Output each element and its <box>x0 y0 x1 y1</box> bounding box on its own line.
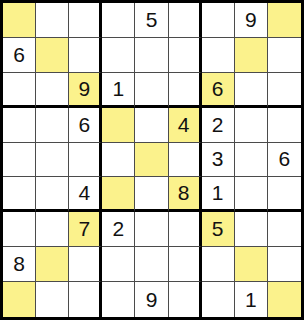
cell-r9c4[interactable] <box>102 282 135 317</box>
cell-r9c8[interactable]: 1 <box>235 282 268 317</box>
cell-r9c3[interactable] <box>69 282 102 317</box>
cell-r5c5[interactable] <box>135 143 168 178</box>
cell-r2c7[interactable] <box>202 38 235 73</box>
sudoku-board: 59691664236481725891 <box>0 0 304 320</box>
cell-r2c3[interactable] <box>69 38 102 73</box>
cell-r4c6[interactable]: 4 <box>169 108 202 143</box>
cell-r7c2[interactable] <box>36 212 69 247</box>
cell-r6c9[interactable] <box>268 177 301 212</box>
cell-r6c6[interactable]: 8 <box>169 177 202 212</box>
cell-r3c9[interactable] <box>268 73 301 108</box>
cell-r8c7[interactable] <box>202 247 235 282</box>
cell-r7c9[interactable] <box>268 212 301 247</box>
cell-r5c1[interactable] <box>3 143 36 178</box>
cell-r1c8[interactable]: 9 <box>235 3 268 38</box>
cell-r3c3[interactable]: 9 <box>69 73 102 108</box>
cell-r5c3[interactable] <box>69 143 102 178</box>
cell-r7c3[interactable]: 7 <box>69 212 102 247</box>
cell-r3c8[interactable] <box>235 73 268 108</box>
cell-r3c1[interactable] <box>3 73 36 108</box>
cell-r5c4[interactable] <box>102 143 135 178</box>
cell-r2c4[interactable] <box>102 38 135 73</box>
cell-r7c6[interactable] <box>169 212 202 247</box>
cell-r7c7[interactable]: 5 <box>202 212 235 247</box>
cell-r6c4[interactable] <box>102 177 135 212</box>
cell-r1c6[interactable] <box>169 3 202 38</box>
cell-r6c8[interactable] <box>235 177 268 212</box>
cell-r8c6[interactable] <box>169 247 202 282</box>
cell-r3c4[interactable]: 1 <box>102 73 135 108</box>
cell-r7c8[interactable] <box>235 212 268 247</box>
cell-r6c5[interactable] <box>135 177 168 212</box>
cell-r4c1[interactable] <box>3 108 36 143</box>
cell-r8c5[interactable] <box>135 247 168 282</box>
cell-r6c3[interactable]: 4 <box>69 177 102 212</box>
cell-r3c6[interactable] <box>169 73 202 108</box>
cell-r1c7[interactable] <box>202 3 235 38</box>
cell-r6c1[interactable] <box>3 177 36 212</box>
cell-r5c9[interactable]: 6 <box>268 143 301 178</box>
cell-r3c2[interactable] <box>36 73 69 108</box>
cell-r8c1[interactable]: 8 <box>3 247 36 282</box>
cell-r3c5[interactable] <box>135 73 168 108</box>
cell-r2c1[interactable]: 6 <box>3 38 36 73</box>
cell-r9c7[interactable] <box>202 282 235 317</box>
cell-r3c7[interactable]: 6 <box>202 73 235 108</box>
cell-r9c9[interactable] <box>268 282 301 317</box>
cell-r8c3[interactable] <box>69 247 102 282</box>
cell-r7c1[interactable] <box>3 212 36 247</box>
cell-r2c5[interactable] <box>135 38 168 73</box>
cell-r8c2[interactable] <box>36 247 69 282</box>
cell-r5c7[interactable]: 3 <box>202 143 235 178</box>
cell-r9c2[interactable] <box>36 282 69 317</box>
cell-r2c9[interactable] <box>268 38 301 73</box>
cell-r8c8[interactable] <box>235 247 268 282</box>
cell-r4c9[interactable] <box>268 108 301 143</box>
cell-r6c2[interactable] <box>36 177 69 212</box>
cell-r2c6[interactable] <box>169 38 202 73</box>
cell-r1c9[interactable] <box>268 3 301 38</box>
cell-r8c9[interactable] <box>268 247 301 282</box>
cell-r4c4[interactable] <box>102 108 135 143</box>
cell-r4c2[interactable] <box>36 108 69 143</box>
cell-r1c3[interactable] <box>69 3 102 38</box>
cell-r4c5[interactable] <box>135 108 168 143</box>
cell-r5c6[interactable] <box>169 143 202 178</box>
cell-r2c2[interactable] <box>36 38 69 73</box>
cell-r9c1[interactable] <box>3 282 36 317</box>
cell-r1c2[interactable] <box>36 3 69 38</box>
cell-r1c1[interactable] <box>3 3 36 38</box>
cell-r9c5[interactable]: 9 <box>135 282 168 317</box>
cell-r7c4[interactable]: 2 <box>102 212 135 247</box>
cell-r1c4[interactable] <box>102 3 135 38</box>
cell-r8c4[interactable] <box>102 247 135 282</box>
cell-r4c8[interactable] <box>235 108 268 143</box>
cell-r9c6[interactable] <box>169 282 202 317</box>
cell-r4c7[interactable]: 2 <box>202 108 235 143</box>
cell-r2c8[interactable] <box>235 38 268 73</box>
cell-r7c5[interactable] <box>135 212 168 247</box>
cell-r5c8[interactable] <box>235 143 268 178</box>
cell-r5c2[interactable] <box>36 143 69 178</box>
cell-r4c3[interactable]: 6 <box>69 108 102 143</box>
cell-r6c7[interactable]: 1 <box>202 177 235 212</box>
cell-r1c5[interactable]: 5 <box>135 3 168 38</box>
